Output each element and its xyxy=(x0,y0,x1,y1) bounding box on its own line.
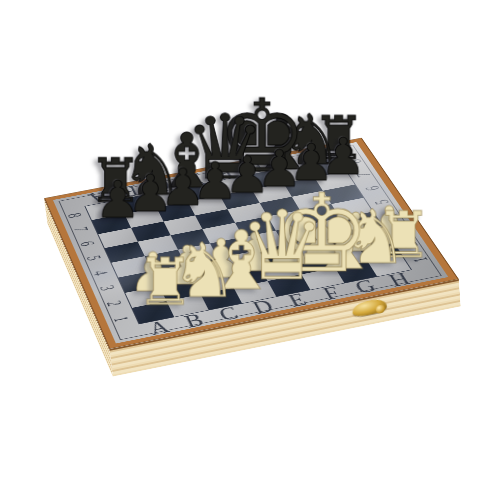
square-b3 xyxy=(152,264,193,286)
square-e3 xyxy=(251,245,292,266)
chess-set-photo: ABCDEFGH ABCDEFGH 87654321 87654321 ♜♞♝♛… xyxy=(0,0,500,500)
rank-label-right-1: 1 xyxy=(400,250,442,269)
clasp-knob xyxy=(376,304,386,314)
square-a4 xyxy=(111,256,151,277)
square-e2 xyxy=(259,260,301,282)
square-h2 xyxy=(358,240,400,261)
square-h3 xyxy=(349,226,391,247)
square-h1 xyxy=(368,255,411,277)
brass-clasp xyxy=(352,296,392,324)
square-c4 xyxy=(177,243,218,264)
square-f1 xyxy=(301,268,344,290)
rank-label-left-3: 3 xyxy=(87,279,127,298)
square-d4 xyxy=(210,237,251,258)
square-d3 xyxy=(218,251,259,272)
square-c2 xyxy=(192,273,234,295)
square-g2 xyxy=(326,247,368,268)
square-b4 xyxy=(145,250,185,271)
rank-label-right-3: 3 xyxy=(381,221,422,239)
rank-label-left-4: 4 xyxy=(81,264,120,283)
square-e1 xyxy=(268,275,310,297)
square-d1 xyxy=(234,281,276,303)
square-b2 xyxy=(159,279,200,301)
square-f3 xyxy=(284,239,326,260)
square-d2 xyxy=(226,266,268,288)
square-a2 xyxy=(125,286,166,308)
square-a3 xyxy=(118,271,159,293)
square-c1 xyxy=(200,288,242,310)
square-g3 xyxy=(317,232,359,253)
square-g1 xyxy=(335,261,378,283)
rank-label-left-1: 1 xyxy=(101,309,141,329)
square-c3 xyxy=(185,258,226,279)
rank-label-right-2: 2 xyxy=(390,236,431,255)
square-a1 xyxy=(132,301,174,323)
rank-label-left-2: 2 xyxy=(94,294,134,314)
square-f2 xyxy=(292,253,334,274)
square-b1 xyxy=(166,295,208,317)
